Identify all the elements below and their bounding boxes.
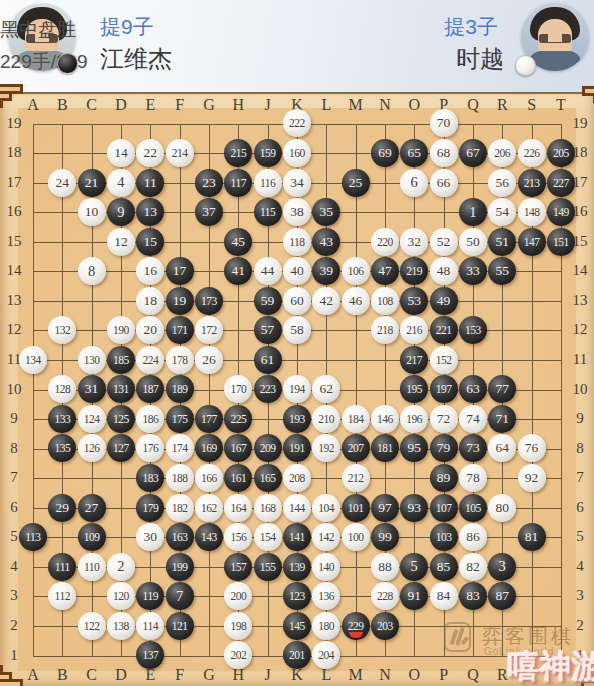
stone-J17: 116 — [254, 169, 282, 197]
move-number: 113 — [25, 531, 40, 543]
stone-O13: 53 — [400, 287, 428, 315]
move-number: 70 — [437, 115, 451, 131]
stone-P5: 103 — [430, 523, 458, 551]
move-number: 86 — [466, 529, 480, 545]
stone-C4: 110 — [78, 553, 106, 581]
stone-H15: 45 — [224, 228, 252, 256]
stone-J18: 159 — [254, 139, 282, 167]
stone-R6: 80 — [488, 494, 516, 522]
move-number: 49 — [437, 293, 451, 309]
move-number: 10 — [85, 204, 99, 220]
stone-K12: 58 — [283, 316, 311, 344]
stone-K4: 139 — [283, 553, 311, 581]
move-number: 227 — [553, 177, 569, 189]
stone-F13: 19 — [166, 287, 194, 315]
move-number: 58 — [290, 322, 304, 338]
stone-N8: 181 — [371, 434, 399, 462]
move-number: 144 — [289, 502, 305, 514]
stone-E14: 16 — [136, 257, 164, 285]
stone-H10: 170 — [224, 375, 252, 403]
move-number: 101 — [348, 502, 364, 514]
move-number: 143 — [201, 531, 217, 543]
move-number: 64 — [495, 440, 509, 456]
move-number: 91 — [407, 588, 421, 604]
move-number: 31 — [85, 381, 99, 397]
stone-K17: 34 — [283, 169, 311, 197]
move-number: 145 — [289, 620, 305, 632]
move-number: 140 — [318, 561, 334, 573]
move-number: 189 — [172, 383, 188, 395]
move-number: 149 — [553, 206, 569, 218]
move-number: 128 — [54, 383, 70, 395]
move-number: 203 — [377, 620, 393, 632]
move-number: 114 — [143, 620, 158, 632]
move-number: 206 — [494, 147, 510, 159]
move-number: 97 — [378, 500, 392, 516]
move-number: 109 — [84, 531, 100, 543]
move-number: 59 — [261, 293, 275, 309]
move-number: 82 — [466, 559, 480, 575]
stone-J7: 165 — [254, 464, 282, 492]
stone-K13: 60 — [283, 287, 311, 315]
stone-R18: 206 — [488, 139, 516, 167]
move-number: 2 — [117, 558, 124, 575]
move-number: 141 — [289, 531, 305, 543]
stone-H18: 215 — [224, 139, 252, 167]
stone-D15: 12 — [107, 228, 135, 256]
stone-D3: 120 — [107, 582, 135, 610]
stone-G17: 23 — [195, 169, 223, 197]
move-number: 161 — [230, 472, 246, 484]
stone-Q4: 82 — [459, 553, 487, 581]
move-number: 168 — [260, 502, 276, 514]
move-number: 208 — [289, 472, 305, 484]
stone-Q7: 78 — [459, 464, 487, 492]
move-number: 130 — [84, 354, 100, 366]
stone-E8: 176 — [136, 434, 164, 462]
stone-R16: 54 — [488, 198, 516, 226]
move-number: 81 — [525, 529, 539, 545]
move-number: 125 — [113, 413, 129, 425]
move-number: 126 — [84, 442, 100, 454]
move-number: 69 — [378, 145, 392, 161]
stone-Q6: 105 — [459, 494, 487, 522]
move-number: 199 — [172, 561, 188, 573]
stone-K7: 208 — [283, 464, 311, 492]
move-number: 19 — [173, 293, 187, 309]
move-number: 12 — [114, 234, 128, 250]
stone-N6: 97 — [371, 494, 399, 522]
stone-M6: 101 — [342, 494, 370, 522]
corner-ornament-icon — [0, 84, 23, 112]
stone-P7: 89 — [430, 464, 458, 492]
stone-S5: 81 — [518, 523, 546, 551]
move-number: 171 — [172, 324, 188, 336]
move-number: 53 — [407, 293, 421, 309]
move-number: 219 — [406, 265, 422, 277]
stone-C6: 27 — [78, 494, 106, 522]
move-number: 104 — [318, 502, 334, 514]
move-number: 135 — [54, 442, 70, 454]
yike-logo-icon — [444, 622, 471, 652]
stone-F2: 121 — [166, 612, 194, 640]
stone-F9: 175 — [166, 405, 194, 433]
move-number: 51 — [495, 234, 509, 250]
stone-Q16: 1 — [459, 198, 487, 226]
stone-O3: 91 — [400, 582, 428, 610]
move-number: 33 — [466, 263, 480, 279]
stone-G6: 162 — [195, 494, 223, 522]
stone-E9: 186 — [136, 405, 164, 433]
move-number: 116 — [260, 177, 275, 189]
move-number: 181 — [377, 442, 393, 454]
move-number: 105 — [465, 502, 481, 514]
move-number: 66 — [437, 175, 451, 191]
move-number: 182 — [172, 502, 188, 514]
stone-D4: 2 — [107, 553, 135, 581]
move-number: 79 — [437, 440, 451, 456]
stone-H4: 157 — [224, 553, 252, 581]
stone-J14: 44 — [254, 257, 282, 285]
stone-K2: 145 — [283, 612, 311, 640]
stone-S17: 213 — [518, 169, 546, 197]
stone-K15: 118 — [283, 228, 311, 256]
stone-M8: 207 — [342, 434, 370, 462]
stone-K18: 160 — [283, 139, 311, 167]
stone-A11: 134 — [19, 346, 47, 374]
move-number: 76 — [525, 440, 539, 456]
stone-T16: 149 — [547, 198, 575, 226]
stone-Q14: 33 — [459, 257, 487, 285]
stone-Q18: 67 — [459, 139, 487, 167]
move-number: 26 — [202, 352, 216, 368]
move-number: 131 — [113, 383, 129, 395]
stone-G13: 173 — [195, 287, 223, 315]
stone-L2: 180 — [312, 612, 340, 640]
stone-T17: 227 — [547, 169, 575, 197]
move-number: 25 — [349, 175, 363, 191]
stone-O10: 195 — [400, 375, 428, 403]
move-number: 132 — [54, 324, 70, 336]
move-number: 100 — [348, 531, 364, 543]
stone-F14: 17 — [166, 257, 194, 285]
move-number: 93 — [407, 500, 421, 516]
game-result: 黑中盘胜 — [0, 17, 594, 43]
stone-G12: 172 — [195, 316, 223, 344]
move-number: 207 — [348, 442, 364, 454]
move-number: 80 — [495, 500, 509, 516]
move-number: 172 — [201, 324, 217, 336]
move-number: 136 — [318, 590, 334, 602]
move-number: 48 — [437, 263, 451, 279]
move-number: 11 — [144, 175, 157, 191]
move-number: 196 — [406, 413, 422, 425]
move-number: 210 — [318, 413, 334, 425]
stone-S8: 76 — [518, 434, 546, 462]
stone-M7: 212 — [342, 464, 370, 492]
move-number: 209 — [260, 442, 276, 454]
move-number: 214 — [172, 147, 188, 159]
stone-K19: 222 — [283, 109, 311, 137]
go-board[interactable]: AA1919BB1818CC1717DD1616EE1515FF1414GG13… — [0, 92, 594, 686]
stone-L13: 42 — [312, 287, 340, 315]
stone-E18: 22 — [136, 139, 164, 167]
move-number: 83 — [466, 588, 480, 604]
stone-R14: 55 — [488, 257, 516, 285]
move-number: 191 — [289, 442, 305, 454]
stone-C16: 10 — [78, 198, 106, 226]
stone-F4: 199 — [166, 553, 194, 581]
stone-E5: 30 — [136, 523, 164, 551]
stone-F12: 171 — [166, 316, 194, 344]
move-number: 34 — [290, 175, 304, 191]
move-number: 174 — [172, 442, 188, 454]
stone-S15: 147 — [518, 228, 546, 256]
stone-H3: 200 — [224, 582, 252, 610]
move-number: 167 — [230, 442, 246, 454]
stone-N14: 47 — [371, 257, 399, 285]
stone-F8: 174 — [166, 434, 194, 462]
stone-P6: 107 — [430, 494, 458, 522]
move-number: 195 — [406, 383, 422, 395]
stone-P19: 70 — [430, 109, 458, 137]
move-number: 224 — [142, 354, 158, 366]
move-number: 87 — [495, 588, 509, 604]
move-number: 222 — [289, 117, 305, 129]
move-number: 45 — [232, 234, 246, 250]
stone-K16: 38 — [283, 198, 311, 226]
move-number: 117 — [231, 177, 246, 189]
move-number: 119 — [143, 590, 158, 602]
stone-F7: 188 — [166, 464, 194, 492]
move-number: 13 — [144, 204, 158, 220]
stone-N5: 99 — [371, 523, 399, 551]
move-number: 74 — [466, 411, 480, 427]
move-number: 133 — [54, 413, 70, 425]
move-number: 163 — [172, 531, 188, 543]
stone-Q9: 74 — [459, 405, 487, 433]
move-number: 24 — [56, 175, 70, 191]
move-number: 170 — [230, 383, 246, 395]
stone-L14: 39 — [312, 257, 340, 285]
stone-F11: 178 — [166, 346, 194, 374]
move-number: 32 — [407, 234, 421, 250]
move-number: 108 — [377, 295, 393, 307]
stone-Q8: 73 — [459, 434, 487, 462]
move-number: 110 — [84, 561, 99, 573]
stone-E7: 183 — [136, 464, 164, 492]
stone-O14: 219 — [400, 257, 428, 285]
stone-E1: 137 — [136, 641, 164, 669]
stone-F18: 214 — [166, 139, 194, 167]
move-number: 78 — [466, 470, 480, 486]
stone-M14: 106 — [342, 257, 370, 285]
move-number: 226 — [524, 147, 540, 159]
move-number: 38 — [290, 204, 304, 220]
move-number: 17 — [173, 263, 187, 279]
move-number: 142 — [318, 531, 334, 543]
move-number: 185 — [113, 354, 129, 366]
move-number: 184 — [348, 413, 364, 425]
move-number: 153 — [465, 324, 481, 336]
move-number: 121 — [172, 620, 188, 632]
move-number: 103 — [436, 531, 452, 543]
stone-L16: 35 — [312, 198, 340, 226]
move-number: 120 — [113, 590, 129, 602]
stone-L9: 210 — [312, 405, 340, 433]
move-number: 92 — [525, 470, 539, 486]
stone-P12: 221 — [430, 316, 458, 344]
stone-C10: 31 — [78, 375, 106, 403]
stone-P10: 197 — [430, 375, 458, 403]
black-stone-icon — [57, 53, 78, 74]
move-number: 188 — [172, 472, 188, 484]
stone-G11: 26 — [195, 346, 223, 374]
move-number: 155 — [260, 561, 276, 573]
stone-R3: 87 — [488, 582, 516, 610]
stone-D9: 125 — [107, 405, 135, 433]
move-number: 57 — [261, 322, 275, 338]
move-number: 55 — [495, 263, 509, 279]
stone-H6: 164 — [224, 494, 252, 522]
move-number: 212 — [348, 472, 364, 484]
stone-R8: 64 — [488, 434, 516, 462]
stone-G16: 37 — [195, 198, 223, 226]
move-number: 44 — [261, 263, 275, 279]
stone-H5: 156 — [224, 523, 252, 551]
move-number: 218 — [377, 324, 393, 336]
stone-L5: 142 — [312, 523, 340, 551]
stone-P8: 79 — [430, 434, 458, 462]
stone-N9: 146 — [371, 405, 399, 433]
stone-C14: 8 — [78, 257, 106, 285]
move-number: 139 — [289, 561, 305, 573]
move-number: 192 — [318, 442, 334, 454]
stone-S16: 148 — [518, 198, 546, 226]
stone-L8: 192 — [312, 434, 340, 462]
stone-R17: 56 — [488, 169, 516, 197]
stone-M2: 229 — [342, 612, 370, 640]
stone-B10: 128 — [48, 375, 76, 403]
move-number: 65 — [407, 145, 421, 161]
move-number: 115 — [260, 206, 275, 218]
stone-N15: 220 — [371, 228, 399, 256]
stone-F5: 163 — [166, 523, 194, 551]
move-number: 35 — [319, 204, 333, 220]
move-number: 157 — [230, 561, 246, 573]
stone-R9: 71 — [488, 405, 516, 433]
move-number: 50 — [466, 234, 480, 250]
stone-B12: 132 — [48, 316, 76, 344]
stone-O12: 216 — [400, 316, 428, 344]
move-number: 223 — [260, 383, 276, 395]
move-number: 54 — [495, 204, 509, 220]
stone-J4: 155 — [254, 553, 282, 581]
stone-B9: 133 — [48, 405, 76, 433]
move-number: 29 — [56, 500, 70, 516]
stone-C5: 109 — [78, 523, 106, 551]
stone-M5: 100 — [342, 523, 370, 551]
move-number: 180 — [318, 620, 334, 632]
stone-J10: 223 — [254, 375, 282, 403]
stone-O15: 32 — [400, 228, 428, 256]
move-number: 197 — [436, 383, 452, 395]
corner-ornament-icon — [0, 661, 23, 686]
stone-D12: 190 — [107, 316, 135, 344]
stone-O17: 6 — [400, 169, 428, 197]
move-number: 229 — [348, 620, 364, 632]
move-number: 169 — [201, 442, 217, 454]
stone-N18: 69 — [371, 139, 399, 167]
stone-G5: 143 — [195, 523, 223, 551]
stone-O9: 196 — [400, 405, 428, 433]
stone-B8: 135 — [48, 434, 76, 462]
stone-E2: 114 — [136, 612, 164, 640]
stone-P14: 48 — [430, 257, 458, 285]
move-number: 193 — [289, 413, 305, 425]
move-number: 151 — [553, 236, 569, 248]
stone-L15: 43 — [312, 228, 340, 256]
stone-K1: 201 — [283, 641, 311, 669]
stone-Q10: 63 — [459, 375, 487, 403]
stone-R4: 3 — [488, 553, 516, 581]
move-number: 154 — [260, 531, 276, 543]
stone-P15: 52 — [430, 228, 458, 256]
stone-D17: 4 — [107, 169, 135, 197]
move-number: 166 — [201, 472, 217, 484]
move-number: 228 — [377, 590, 393, 602]
move-number: 30 — [144, 529, 158, 545]
stone-E13: 18 — [136, 287, 164, 315]
move-number: 134 — [25, 354, 41, 366]
move-number: 63 — [466, 381, 480, 397]
move-number: 112 — [55, 590, 70, 602]
move-number: 217 — [406, 354, 422, 366]
move-number: 178 — [172, 354, 188, 366]
stone-P3: 84 — [430, 582, 458, 610]
move-number: 162 — [201, 502, 217, 514]
stone-F3: 7 — [166, 582, 194, 610]
move-number: 201 — [289, 649, 305, 661]
move-number: 124 — [84, 413, 100, 425]
move-number: 23 — [202, 175, 216, 191]
stone-L1: 204 — [312, 641, 340, 669]
move-number: 204 — [318, 649, 334, 661]
move-number: 190 — [113, 324, 129, 336]
move-number: 3 — [499, 558, 506, 575]
stone-Q12: 153 — [459, 316, 487, 344]
stone-E12: 20 — [136, 316, 164, 344]
stone-G7: 166 — [195, 464, 223, 492]
stone-H8: 167 — [224, 434, 252, 462]
stone-K6: 144 — [283, 494, 311, 522]
move-number: 84 — [437, 588, 451, 604]
stone-N4: 88 — [371, 553, 399, 581]
move-number: 123 — [289, 590, 305, 602]
move-number: 176 — [142, 442, 158, 454]
stone-K8: 191 — [283, 434, 311, 462]
stone-P13: 49 — [430, 287, 458, 315]
white-capture-count: 提3子 — [444, 13, 498, 41]
move-number: 71 — [495, 411, 509, 427]
stone-J8: 209 — [254, 434, 282, 462]
move-number: 216 — [406, 324, 422, 336]
move-counter: 229手/229 — [0, 49, 594, 75]
move-number: 187 — [142, 383, 158, 395]
stone-S7: 92 — [518, 464, 546, 492]
stone-R15: 51 — [488, 228, 516, 256]
stone-H2: 198 — [224, 612, 252, 640]
